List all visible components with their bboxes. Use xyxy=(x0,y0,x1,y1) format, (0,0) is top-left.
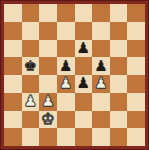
square-a1[interactable] xyxy=(4,128,22,146)
square-e1[interactable] xyxy=(75,128,93,146)
piece-black-pawn[interactable]: ♟ xyxy=(77,76,90,91)
square-c7[interactable] xyxy=(39,22,57,40)
square-g6[interactable] xyxy=(110,40,128,58)
square-g5[interactable] xyxy=(110,57,128,75)
square-e8[interactable] xyxy=(75,4,93,22)
square-f7[interactable] xyxy=(92,22,110,40)
square-d3[interactable] xyxy=(57,93,75,111)
chess-board-frame: ♟♚♟♟♟♟♟♟♟♚ xyxy=(0,0,149,150)
square-c5[interactable] xyxy=(39,57,57,75)
square-f1[interactable] xyxy=(92,128,110,146)
square-e2[interactable] xyxy=(75,111,93,129)
square-h3[interactable] xyxy=(127,93,145,111)
square-h6[interactable] xyxy=(127,40,145,58)
square-f2[interactable] xyxy=(92,111,110,129)
square-h1[interactable] xyxy=(127,128,145,146)
square-e3[interactable] xyxy=(75,93,93,111)
square-f4[interactable]: ♟ xyxy=(92,75,110,93)
square-g1[interactable] xyxy=(110,128,128,146)
square-d5[interactable]: ♟ xyxy=(57,57,75,75)
square-g7[interactable] xyxy=(110,22,128,40)
square-b3[interactable]: ♟ xyxy=(22,93,40,111)
square-c2[interactable]: ♚ xyxy=(39,111,57,129)
square-h8[interactable] xyxy=(127,4,145,22)
square-g4[interactable] xyxy=(110,75,128,93)
piece-white-pawn[interactable]: ♟ xyxy=(59,76,72,91)
square-b5[interactable]: ♚ xyxy=(22,57,40,75)
square-b2[interactable] xyxy=(22,111,40,129)
square-a6[interactable] xyxy=(4,40,22,58)
square-d2[interactable] xyxy=(57,111,75,129)
square-h2[interactable] xyxy=(127,111,145,129)
square-h5[interactable] xyxy=(127,57,145,75)
square-g8[interactable] xyxy=(110,4,128,22)
piece-white-pawn[interactable]: ♟ xyxy=(41,94,54,109)
square-f3[interactable] xyxy=(92,93,110,111)
square-e4[interactable]: ♟ xyxy=(75,75,93,93)
square-c6[interactable] xyxy=(39,40,57,58)
square-f5[interactable]: ♟ xyxy=(92,57,110,75)
square-g3[interactable] xyxy=(110,93,128,111)
square-h7[interactable] xyxy=(127,22,145,40)
square-b1[interactable] xyxy=(22,128,40,146)
square-d7[interactable] xyxy=(57,22,75,40)
square-b7[interactable] xyxy=(22,22,40,40)
square-h4[interactable] xyxy=(127,75,145,93)
square-e5[interactable] xyxy=(75,57,93,75)
square-a4[interactable] xyxy=(4,75,22,93)
square-a7[interactable] xyxy=(4,22,22,40)
piece-black-pawn[interactable]: ♟ xyxy=(77,41,90,56)
square-b6[interactable] xyxy=(22,40,40,58)
square-f6[interactable] xyxy=(92,40,110,58)
square-a8[interactable] xyxy=(4,4,22,22)
piece-black-pawn[interactable]: ♟ xyxy=(94,59,107,74)
square-a2[interactable] xyxy=(4,111,22,129)
square-a3[interactable] xyxy=(4,93,22,111)
piece-black-pawn[interactable]: ♟ xyxy=(59,59,72,74)
square-e7[interactable] xyxy=(75,22,93,40)
square-c1[interactable] xyxy=(39,128,57,146)
square-c8[interactable] xyxy=(39,4,57,22)
square-e6[interactable]: ♟ xyxy=(75,40,93,58)
piece-white-king[interactable]: ♚ xyxy=(41,112,54,127)
square-d8[interactable] xyxy=(57,4,75,22)
square-a5[interactable] xyxy=(4,57,22,75)
square-b8[interactable] xyxy=(22,4,40,22)
square-b4[interactable] xyxy=(22,75,40,93)
square-d4[interactable]: ♟ xyxy=(57,75,75,93)
piece-black-king[interactable]: ♚ xyxy=(24,59,37,74)
square-c3[interactable]: ♟ xyxy=(39,93,57,111)
piece-white-pawn[interactable]: ♟ xyxy=(24,94,37,109)
square-d6[interactable] xyxy=(57,40,75,58)
square-g2[interactable] xyxy=(110,111,128,129)
square-f8[interactable] xyxy=(92,4,110,22)
square-c4[interactable] xyxy=(39,75,57,93)
chess-board: ♟♚♟♟♟♟♟♟♟♚ xyxy=(4,4,145,146)
piece-white-pawn[interactable]: ♟ xyxy=(94,76,107,91)
square-d1[interactable] xyxy=(57,128,75,146)
